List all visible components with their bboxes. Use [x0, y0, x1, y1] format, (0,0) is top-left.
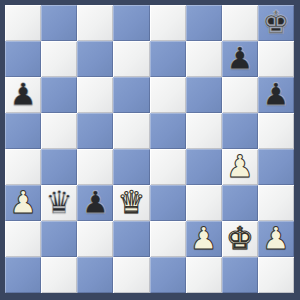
square-b1[interactable]: [41, 257, 77, 293]
square-c5[interactable]: [77, 113, 113, 149]
square-b6[interactable]: [41, 77, 77, 113]
square-d8[interactable]: [113, 5, 149, 41]
square-a6[interactable]: ♟: [5, 77, 41, 113]
square-c3[interactable]: ♟: [77, 185, 113, 221]
piece-white-pawn[interactable]: ♟: [262, 223, 290, 254]
chess-board: ♚♟♟♟♟♟♛♟♛♟♚♟: [5, 5, 294, 293]
square-h5[interactable]: [258, 113, 294, 149]
square-h3[interactable]: [258, 185, 294, 221]
square-e7[interactable]: [150, 41, 186, 77]
piece-black-queen[interactable]: ♛: [45, 187, 73, 218]
square-h1[interactable]: [258, 257, 294, 293]
square-a3[interactable]: ♟: [5, 185, 41, 221]
piece-black-pawn[interactable]: ♟: [9, 79, 37, 110]
square-h8[interactable]: ♚: [258, 5, 294, 41]
square-h4[interactable]: [258, 149, 294, 185]
square-d6[interactable]: [113, 77, 149, 113]
square-b8[interactable]: [41, 5, 77, 41]
square-g2[interactable]: ♚: [222, 221, 258, 257]
square-d1[interactable]: [113, 257, 149, 293]
square-f4[interactable]: [186, 149, 222, 185]
chess-board-frame: ♚♟♟♟♟♟♛♟♛♟♚♟: [0, 0, 300, 300]
piece-white-pawn[interactable]: ♟: [190, 223, 218, 254]
square-f5[interactable]: [186, 113, 222, 149]
square-b7[interactable]: [41, 41, 77, 77]
square-g5[interactable]: [222, 113, 258, 149]
square-e1[interactable]: [150, 257, 186, 293]
square-g1[interactable]: [222, 257, 258, 293]
square-a7[interactable]: [5, 41, 41, 77]
square-f1[interactable]: [186, 257, 222, 293]
piece-white-queen[interactable]: ♛: [118, 187, 146, 218]
square-d4[interactable]: [113, 149, 149, 185]
square-e5[interactable]: [150, 113, 186, 149]
square-a5[interactable]: [5, 113, 41, 149]
square-d7[interactable]: [113, 41, 149, 77]
square-g7[interactable]: ♟: [222, 41, 258, 77]
square-c6[interactable]: [77, 77, 113, 113]
piece-black-pawn[interactable]: ♟: [226, 43, 254, 74]
square-g4[interactable]: ♟: [222, 149, 258, 185]
square-g6[interactable]: [222, 77, 258, 113]
square-c7[interactable]: [77, 41, 113, 77]
piece-black-pawn[interactable]: ♟: [81, 187, 109, 218]
square-g3[interactable]: [222, 185, 258, 221]
square-h7[interactable]: [258, 41, 294, 77]
square-b3[interactable]: ♛: [41, 185, 77, 221]
piece-black-king[interactable]: ♚: [262, 7, 290, 38]
square-d3[interactable]: ♛: [113, 185, 149, 221]
square-b4[interactable]: [41, 149, 77, 185]
square-c1[interactable]: [77, 257, 113, 293]
square-c8[interactable]: [77, 5, 113, 41]
square-f6[interactable]: [186, 77, 222, 113]
piece-white-king[interactable]: ♚: [226, 223, 254, 254]
piece-white-pawn[interactable]: ♟: [226, 151, 254, 182]
square-h6[interactable]: ♟: [258, 77, 294, 113]
square-f8[interactable]: [186, 5, 222, 41]
square-c2[interactable]: [77, 221, 113, 257]
square-a2[interactable]: [5, 221, 41, 257]
square-f2[interactable]: ♟: [186, 221, 222, 257]
square-b5[interactable]: [41, 113, 77, 149]
square-d5[interactable]: [113, 113, 149, 149]
square-g8[interactable]: [222, 5, 258, 41]
square-a1[interactable]: [5, 257, 41, 293]
square-c4[interactable]: [77, 149, 113, 185]
square-e4[interactable]: [150, 149, 186, 185]
square-e2[interactable]: [150, 221, 186, 257]
square-e6[interactable]: [150, 77, 186, 113]
square-b2[interactable]: [41, 221, 77, 257]
square-e3[interactable]: [150, 185, 186, 221]
piece-black-pawn[interactable]: ♟: [262, 79, 290, 110]
square-f7[interactable]: [186, 41, 222, 77]
square-a8[interactable]: [5, 5, 41, 41]
piece-white-pawn[interactable]: ♟: [9, 187, 37, 218]
square-h2[interactable]: ♟: [258, 221, 294, 257]
square-a4[interactable]: [5, 149, 41, 185]
square-d2[interactable]: [113, 221, 149, 257]
square-f3[interactable]: [186, 185, 222, 221]
square-e8[interactable]: [150, 5, 186, 41]
